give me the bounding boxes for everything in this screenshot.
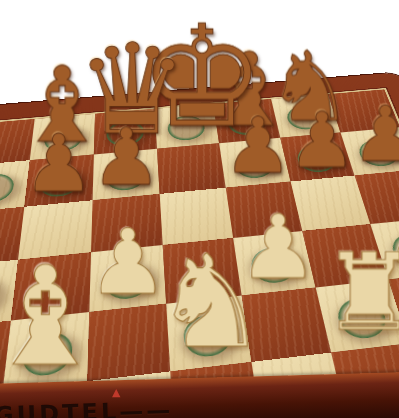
chess-board-3d: ♝♛♚♝♞♟♟♟♟♟♟♟♟♟♟♛♝♞♜ [0, 72, 399, 418]
board-frame: ♝♛♚♝♞♟♟♟♟♟♟♟♟♟♟♛♝♞♜ [0, 72, 399, 418]
square-e4: ♞ [166, 295, 251, 371]
white-rook: ♜ [306, 243, 399, 344]
square-g4: ♜ [315, 280, 399, 353]
perspective-viewport: ♝♛♚♝♞♟♟♟♟♟♟♟♟♟♟♛♝♞♜ [0, 0, 399, 418]
square-f7: ♟ [219, 138, 290, 188]
chess-board-grid: ♝♛♚♝♞♟♟♟♟♟♟♟♟♟♟♛♝♞♜ [0, 90, 399, 418]
white-knight: ♞ [146, 241, 274, 363]
red-marker-icon: ▲ [112, 387, 120, 398]
dark-pawn: ♟ [206, 109, 309, 182]
chess-set-photo: ♝♛♚♝♞♟♟♟♟♟♟♟♟♟♟♛♝♞♜ GUDTEL—— ▲ [0, 0, 399, 418]
square-b7: ♟ [0, 160, 29, 213]
white-queen: ♛ [0, 233, 26, 392]
dark-pawn: ♟ [0, 131, 43, 207]
